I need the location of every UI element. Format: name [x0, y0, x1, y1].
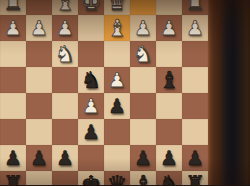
square-a5[interactable]: [182, 93, 208, 119]
square-b7[interactable]: ♟: [156, 145, 182, 171]
square-h4[interactable]: [0, 67, 26, 93]
square-h1[interactable]: ♜: [0, 0, 26, 15]
square-f8[interactable]: [52, 171, 78, 185]
square-a1[interactable]: ♜: [182, 0, 208, 15]
piece-black-pawn[interactable]: ♟: [134, 148, 152, 168]
piece-white-bishop[interactable]: ♝: [55, 0, 76, 14]
square-d7[interactable]: [104, 145, 130, 171]
square-a6[interactable]: [182, 119, 208, 145]
piece-black-pawn[interactable]: ♟: [186, 148, 204, 168]
square-f2[interactable]: ♟: [52, 15, 78, 41]
square-g6[interactable]: [26, 119, 52, 145]
square-h6[interactable]: [0, 119, 26, 145]
piece-black-knight[interactable]: ♞: [159, 173, 180, 186]
square-d5[interactable]: ♟: [104, 93, 130, 119]
piece-white-pawn[interactable]: ♟: [56, 18, 74, 38]
board-wood-frame: [208, 0, 250, 185]
piece-black-bishop[interactable]: ♝: [159, 69, 180, 92]
piece-white-pawn[interactable]: ♟: [186, 18, 204, 38]
square-c4[interactable]: [130, 67, 156, 93]
piece-white-king[interactable]: ♚: [81, 0, 102, 14]
square-c2[interactable]: ♟: [130, 15, 156, 41]
square-h2[interactable]: ♟: [0, 15, 26, 41]
square-d6[interactable]: [104, 119, 130, 145]
piece-white-pawn[interactable]: ♟: [30, 18, 48, 38]
square-d1[interactable]: ♛: [104, 0, 130, 15]
piece-white-pawn[interactable]: ♟: [160, 18, 178, 38]
square-g8[interactable]: [26, 171, 52, 185]
square-g4[interactable]: [26, 67, 52, 93]
square-a4[interactable]: [182, 67, 208, 93]
square-h7[interactable]: ♟: [0, 145, 26, 171]
square-f7[interactable]: ♟: [52, 145, 78, 171]
square-f6[interactable]: [52, 119, 78, 145]
square-d2[interactable]: ♝: [104, 15, 130, 41]
piece-white-rook[interactable]: ♜: [185, 0, 206, 14]
square-h5[interactable]: [0, 93, 26, 119]
piece-black-king[interactable]: ♚: [81, 173, 102, 186]
square-a8[interactable]: ♜: [182, 171, 208, 185]
square-e2[interactable]: [78, 15, 104, 41]
piece-black-pawn[interactable]: ♟: [82, 122, 100, 142]
square-f5[interactable]: [52, 93, 78, 119]
square-a3[interactable]: [182, 41, 208, 67]
square-e7[interactable]: [78, 145, 104, 171]
piece-black-pawn[interactable]: ♟: [108, 96, 126, 116]
square-f1[interactable]: ♝: [52, 0, 78, 15]
square-d8[interactable]: ♛: [104, 171, 130, 185]
square-c6[interactable]: [130, 119, 156, 145]
square-h8[interactable]: ♜: [0, 171, 26, 185]
square-e8[interactable]: ♚: [78, 171, 104, 185]
chess-app-window: ♜♝♚♛♜♟♟♟♝♟♟♟♞♞♞♟♝♟♟♟♟♟♟♟♟♟♜♚♛♝♞♜: [0, 0, 250, 185]
square-b5[interactable]: [156, 93, 182, 119]
piece-black-pawn[interactable]: ♟: [30, 148, 48, 168]
square-g2[interactable]: ♟: [26, 15, 52, 41]
square-d4[interactable]: ♟: [104, 67, 130, 93]
piece-white-pawn[interactable]: ♟: [108, 70, 126, 90]
square-a7[interactable]: ♟: [182, 145, 208, 171]
piece-black-pawn[interactable]: ♟: [56, 148, 74, 168]
square-e4[interactable]: ♞: [78, 67, 104, 93]
piece-white-bishop[interactable]: ♝: [107, 17, 128, 40]
piece-black-pawn[interactable]: ♟: [4, 148, 22, 168]
piece-black-rook[interactable]: ♜: [185, 173, 206, 186]
chess-board: ♜♝♚♛♜♟♟♟♝♟♟♟♞♞♞♟♝♟♟♟♟♟♟♟♟♟♜♚♛♝♞♜: [0, 0, 208, 185]
piece-white-pawn[interactable]: ♟: [134, 18, 152, 38]
square-e5[interactable]: ♟: [78, 93, 104, 119]
square-b3[interactable]: [156, 41, 182, 67]
square-c5[interactable]: [130, 93, 156, 119]
square-a2[interactable]: ♟: [182, 15, 208, 41]
piece-white-knight[interactable]: ♞: [55, 43, 76, 66]
square-d3[interactable]: [104, 41, 130, 67]
piece-white-rook[interactable]: ♜: [3, 0, 24, 14]
square-b4[interactable]: ♝: [156, 67, 182, 93]
square-b1[interactable]: [156, 0, 182, 15]
square-c8[interactable]: ♝: [130, 171, 156, 185]
square-c1[interactable]: [130, 0, 156, 15]
square-b6[interactable]: [156, 119, 182, 145]
square-g7[interactable]: ♟: [26, 145, 52, 171]
piece-white-pawn[interactable]: ♟: [82, 96, 100, 116]
piece-black-knight[interactable]: ♞: [81, 69, 102, 92]
square-c7[interactable]: ♟: [130, 145, 156, 171]
square-g1[interactable]: [26, 0, 52, 15]
piece-black-pawn[interactable]: ♟: [160, 148, 178, 168]
piece-black-bishop[interactable]: ♝: [133, 173, 154, 186]
piece-white-pawn[interactable]: ♟: [4, 18, 22, 38]
piece-black-rook[interactable]: ♜: [3, 173, 24, 186]
square-e6[interactable]: ♟: [78, 119, 104, 145]
square-b2[interactable]: ♟: [156, 15, 182, 41]
square-f3[interactable]: ♞: [52, 41, 78, 67]
square-e3[interactable]: [78, 41, 104, 67]
piece-black-queen[interactable]: ♛: [107, 173, 128, 186]
square-g3[interactable]: [26, 41, 52, 67]
square-f4[interactable]: [52, 67, 78, 93]
square-e1[interactable]: ♚: [78, 0, 104, 15]
piece-white-knight[interactable]: ♞: [133, 43, 154, 66]
square-c3[interactable]: ♞: [130, 41, 156, 67]
square-g5[interactable]: [26, 93, 52, 119]
square-h3[interactable]: [0, 41, 26, 67]
piece-white-queen[interactable]: ♛: [107, 0, 128, 14]
square-b8[interactable]: ♞: [156, 171, 182, 185]
